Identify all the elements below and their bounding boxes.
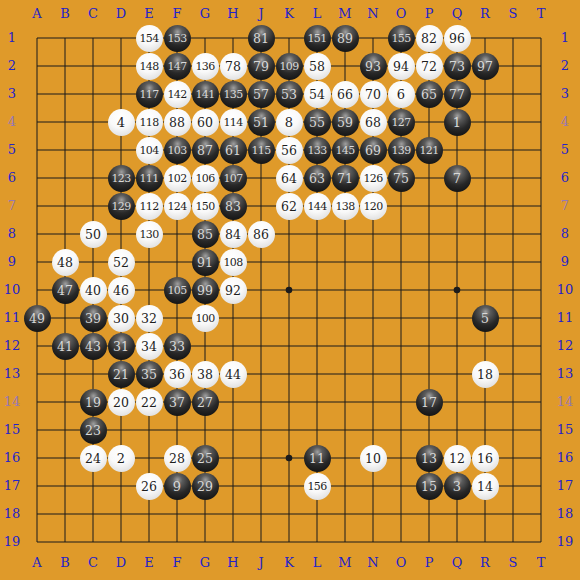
cell-F16[interactable]: 28 [163,444,191,472]
cell-F9[interactable] [163,248,191,276]
cell-D9[interactable]: 52 [107,248,135,276]
cell-B3[interactable] [51,80,79,108]
cell-S8[interactable] [499,220,527,248]
cell-L15[interactable] [303,416,331,444]
cell-L7[interactable]: 144 [303,192,331,220]
cell-P11[interactable] [415,304,443,332]
cell-K13[interactable] [275,360,303,388]
cell-R19[interactable] [471,528,499,556]
cell-T18[interactable] [527,500,555,528]
cell-C14[interactable]: 19 [79,388,107,416]
cell-R12[interactable] [471,332,499,360]
cell-E15[interactable] [135,416,163,444]
cell-S18[interactable] [499,500,527,528]
cell-H10[interactable]: 92 [219,276,247,304]
cell-T3[interactable] [527,80,555,108]
cell-Q19[interactable] [443,528,471,556]
cell-E16[interactable] [135,444,163,472]
cell-C15[interactable]: 23 [79,416,107,444]
cell-H15[interactable] [219,416,247,444]
cell-K4[interactable]: 8 [275,108,303,136]
cell-P15[interactable] [415,416,443,444]
cell-J15[interactable] [247,416,275,444]
cell-P14[interactable]: 17 [415,388,443,416]
cell-B5[interactable] [51,136,79,164]
cell-B2[interactable] [51,52,79,80]
cell-F1[interactable]: 153 [163,24,191,52]
cell-Q9[interactable] [443,248,471,276]
cell-O9[interactable] [387,248,415,276]
cell-B15[interactable] [51,416,79,444]
cell-R6[interactable] [471,164,499,192]
cell-L16[interactable]: 11 [303,444,331,472]
cell-C18[interactable] [79,500,107,528]
cell-M12[interactable] [331,332,359,360]
cell-Q18[interactable] [443,500,471,528]
cell-C1[interactable] [79,24,107,52]
cell-M10[interactable] [331,276,359,304]
cell-R4[interactable] [471,108,499,136]
cell-L19[interactable] [303,528,331,556]
cell-M5[interactable]: 145 [331,136,359,164]
cell-R1[interactable] [471,24,499,52]
cell-T16[interactable] [527,444,555,472]
cell-N16[interactable]: 10 [359,444,387,472]
cell-D12[interactable]: 31 [107,332,135,360]
cell-T1[interactable] [527,24,555,52]
cell-B16[interactable] [51,444,79,472]
cell-L14[interactable] [303,388,331,416]
cell-T5[interactable] [527,136,555,164]
cell-T17[interactable] [527,472,555,500]
cell-K9[interactable] [275,248,303,276]
cell-E18[interactable] [135,500,163,528]
cell-O6[interactable]: 75 [387,164,415,192]
cell-A14[interactable] [23,388,51,416]
cell-D14[interactable]: 20 [107,388,135,416]
cell-J5[interactable]: 115 [247,136,275,164]
cell-N5[interactable]: 69 [359,136,387,164]
cell-O12[interactable] [387,332,415,360]
cell-K1[interactable] [275,24,303,52]
cell-M4[interactable]: 59 [331,108,359,136]
cell-J1[interactable]: 81 [247,24,275,52]
cell-C4[interactable] [79,108,107,136]
cell-E7[interactable]: 112 [135,192,163,220]
cell-S17[interactable] [499,472,527,500]
cell-N14[interactable] [359,388,387,416]
cell-S14[interactable] [499,388,527,416]
cell-C13[interactable] [79,360,107,388]
cell-K7[interactable]: 62 [275,192,303,220]
cell-J12[interactable] [247,332,275,360]
cell-B11[interactable] [51,304,79,332]
cell-D3[interactable] [107,80,135,108]
cell-D4[interactable]: 4 [107,108,135,136]
cell-F12[interactable]: 33 [163,332,191,360]
cell-T11[interactable] [527,304,555,332]
cell-K2[interactable]: 109 [275,52,303,80]
cell-N15[interactable] [359,416,387,444]
cell-O1[interactable]: 155 [387,24,415,52]
cell-O13[interactable] [387,360,415,388]
cell-K8[interactable] [275,220,303,248]
cell-M18[interactable] [331,500,359,528]
cell-S4[interactable] [499,108,527,136]
cell-G11[interactable]: 100 [191,304,219,332]
cell-L5[interactable]: 133 [303,136,331,164]
cell-P13[interactable] [415,360,443,388]
cell-T15[interactable] [527,416,555,444]
cell-J6[interactable] [247,164,275,192]
cell-D10[interactable]: 46 [107,276,135,304]
cell-G15[interactable] [191,416,219,444]
cell-C17[interactable] [79,472,107,500]
cell-P7[interactable] [415,192,443,220]
cell-Q2[interactable]: 73 [443,52,471,80]
cell-F14[interactable]: 37 [163,388,191,416]
cell-M11[interactable] [331,304,359,332]
cell-O16[interactable] [387,444,415,472]
cell-N13[interactable] [359,360,387,388]
cell-P8[interactable] [415,220,443,248]
cell-R7[interactable] [471,192,499,220]
cell-S1[interactable] [499,24,527,52]
cell-P2[interactable]: 72 [415,52,443,80]
cell-T14[interactable] [527,388,555,416]
cell-J18[interactable] [247,500,275,528]
cell-G13[interactable]: 38 [191,360,219,388]
cell-K18[interactable] [275,500,303,528]
cell-P6[interactable] [415,164,443,192]
cell-J19[interactable] [247,528,275,556]
cell-L2[interactable]: 58 [303,52,331,80]
cell-B19[interactable] [51,528,79,556]
cell-R13[interactable]: 18 [471,360,499,388]
cell-H6[interactable]: 107 [219,164,247,192]
cell-A8[interactable] [23,220,51,248]
cell-Q6[interactable]: 7 [443,164,471,192]
cell-K11[interactable] [275,304,303,332]
cell-P16[interactable]: 13 [415,444,443,472]
cell-C12[interactable]: 43 [79,332,107,360]
cell-Q16[interactable]: 12 [443,444,471,472]
cell-N17[interactable] [359,472,387,500]
cell-R16[interactable]: 16 [471,444,499,472]
cell-A16[interactable] [23,444,51,472]
cell-P1[interactable]: 82 [415,24,443,52]
cell-H12[interactable] [219,332,247,360]
cell-P3[interactable]: 65 [415,80,443,108]
cell-J13[interactable] [247,360,275,388]
cell-F11[interactable] [163,304,191,332]
cell-K19[interactable] [275,528,303,556]
cell-Q17[interactable]: 3 [443,472,471,500]
cell-M14[interactable] [331,388,359,416]
cell-H4[interactable]: 114 [219,108,247,136]
cell-G8[interactable]: 85 [191,220,219,248]
cell-R2[interactable]: 97 [471,52,499,80]
cell-F7[interactable]: 124 [163,192,191,220]
cell-R18[interactable] [471,500,499,528]
cell-G14[interactable]: 27 [191,388,219,416]
cell-F2[interactable]: 147 [163,52,191,80]
cell-S13[interactable] [499,360,527,388]
cell-K6[interactable]: 64 [275,164,303,192]
cell-N4[interactable]: 68 [359,108,387,136]
cell-P19[interactable] [415,528,443,556]
cell-F15[interactable] [163,416,191,444]
cell-J10[interactable] [247,276,275,304]
cell-F3[interactable]: 142 [163,80,191,108]
cell-M13[interactable] [331,360,359,388]
cell-E14[interactable]: 22 [135,388,163,416]
cell-T10[interactable] [527,276,555,304]
cell-J8[interactable]: 86 [247,220,275,248]
cell-F18[interactable] [163,500,191,528]
cell-L11[interactable] [303,304,331,332]
cell-D11[interactable]: 30 [107,304,135,332]
cell-J3[interactable]: 57 [247,80,275,108]
cell-O10[interactable] [387,276,415,304]
cell-F19[interactable] [163,528,191,556]
cell-B17[interactable] [51,472,79,500]
cell-R11[interactable]: 5 [471,304,499,332]
cell-A3[interactable] [23,80,51,108]
cell-E4[interactable]: 118 [135,108,163,136]
cell-M17[interactable] [331,472,359,500]
cell-M16[interactable] [331,444,359,472]
cell-G9[interactable]: 91 [191,248,219,276]
cell-C8[interactable]: 50 [79,220,107,248]
cell-C7[interactable] [79,192,107,220]
cell-H3[interactable]: 135 [219,80,247,108]
cell-P4[interactable] [415,108,443,136]
cell-K3[interactable]: 53 [275,80,303,108]
cell-Q12[interactable] [443,332,471,360]
cell-E17[interactable]: 26 [135,472,163,500]
cell-G1[interactable] [191,24,219,52]
cell-L6[interactable]: 63 [303,164,331,192]
cell-T12[interactable] [527,332,555,360]
cell-D6[interactable]: 123 [107,164,135,192]
cell-E6[interactable]: 111 [135,164,163,192]
cell-F17[interactable]: 9 [163,472,191,500]
cell-G12[interactable] [191,332,219,360]
cell-T8[interactable] [527,220,555,248]
cell-G19[interactable] [191,528,219,556]
cell-N1[interactable] [359,24,387,52]
cell-R3[interactable] [471,80,499,108]
cell-O15[interactable] [387,416,415,444]
cell-P5[interactable]: 121 [415,136,443,164]
cell-E1[interactable]: 154 [135,24,163,52]
cell-B4[interactable] [51,108,79,136]
cell-J17[interactable] [247,472,275,500]
cell-K16[interactable] [275,444,303,472]
cell-C11[interactable]: 39 [79,304,107,332]
cell-O19[interactable] [387,528,415,556]
cell-C9[interactable] [79,248,107,276]
cell-S6[interactable] [499,164,527,192]
cell-M19[interactable] [331,528,359,556]
cell-E5[interactable]: 104 [135,136,163,164]
cell-N18[interactable] [359,500,387,528]
cell-S15[interactable] [499,416,527,444]
cell-C3[interactable] [79,80,107,108]
cell-E13[interactable]: 35 [135,360,163,388]
cell-H16[interactable] [219,444,247,472]
cell-Q4[interactable]: 1 [443,108,471,136]
cell-P18[interactable] [415,500,443,528]
cell-C10[interactable]: 40 [79,276,107,304]
cell-F8[interactable] [163,220,191,248]
cell-K12[interactable] [275,332,303,360]
cell-O11[interactable] [387,304,415,332]
cell-B6[interactable] [51,164,79,192]
cell-D19[interactable] [107,528,135,556]
cell-F10[interactable]: 105 [163,276,191,304]
cell-M1[interactable]: 89 [331,24,359,52]
cell-R5[interactable] [471,136,499,164]
cell-N11[interactable] [359,304,387,332]
cell-P10[interactable] [415,276,443,304]
cell-T2[interactable] [527,52,555,80]
cell-H7[interactable]: 83 [219,192,247,220]
cell-E8[interactable]: 130 [135,220,163,248]
cell-M8[interactable] [331,220,359,248]
cell-B14[interactable] [51,388,79,416]
cell-J4[interactable]: 51 [247,108,275,136]
cell-H8[interactable]: 84 [219,220,247,248]
cell-S10[interactable] [499,276,527,304]
cell-G2[interactable]: 136 [191,52,219,80]
cell-A13[interactable] [23,360,51,388]
cell-G17[interactable]: 29 [191,472,219,500]
cell-H11[interactable] [219,304,247,332]
cell-K14[interactable] [275,388,303,416]
cell-A6[interactable] [23,164,51,192]
cell-Q15[interactable] [443,416,471,444]
cell-K5[interactable]: 56 [275,136,303,164]
cell-G18[interactable] [191,500,219,528]
cell-P9[interactable] [415,248,443,276]
cell-M2[interactable] [331,52,359,80]
cell-C2[interactable] [79,52,107,80]
cell-K17[interactable] [275,472,303,500]
cell-G7[interactable]: 150 [191,192,219,220]
cell-H5[interactable]: 61 [219,136,247,164]
cell-Q3[interactable]: 77 [443,80,471,108]
cell-M15[interactable] [331,416,359,444]
cell-M3[interactable]: 66 [331,80,359,108]
cell-G4[interactable]: 60 [191,108,219,136]
cell-A17[interactable] [23,472,51,500]
cell-B13[interactable] [51,360,79,388]
cell-M9[interactable] [331,248,359,276]
cell-Q5[interactable] [443,136,471,164]
cell-C16[interactable]: 24 [79,444,107,472]
cell-B10[interactable]: 47 [51,276,79,304]
cell-F5[interactable]: 103 [163,136,191,164]
cell-L13[interactable] [303,360,331,388]
cell-S5[interactable] [499,136,527,164]
cell-D2[interactable] [107,52,135,80]
cell-E3[interactable]: 117 [135,80,163,108]
cell-S12[interactable] [499,332,527,360]
cell-T7[interactable] [527,192,555,220]
cell-B12[interactable]: 41 [51,332,79,360]
cell-J11[interactable] [247,304,275,332]
cell-S7[interactable] [499,192,527,220]
cell-A18[interactable] [23,500,51,528]
cell-D8[interactable] [107,220,135,248]
cell-C6[interactable] [79,164,107,192]
cell-E11[interactable]: 32 [135,304,163,332]
cell-L12[interactable] [303,332,331,360]
cell-R17[interactable]: 14 [471,472,499,500]
cell-T4[interactable] [527,108,555,136]
cell-K15[interactable] [275,416,303,444]
cell-R9[interactable] [471,248,499,276]
cell-J14[interactable] [247,388,275,416]
cell-S2[interactable] [499,52,527,80]
cell-L1[interactable]: 151 [303,24,331,52]
cell-L17[interactable]: 156 [303,472,331,500]
cell-D5[interactable] [107,136,135,164]
cell-S9[interactable] [499,248,527,276]
cell-L10[interactable] [303,276,331,304]
cell-F13[interactable]: 36 [163,360,191,388]
cell-N7[interactable]: 120 [359,192,387,220]
cell-B18[interactable] [51,500,79,528]
cell-D16[interactable]: 2 [107,444,135,472]
cell-J7[interactable] [247,192,275,220]
cell-T6[interactable] [527,164,555,192]
cell-Q13[interactable] [443,360,471,388]
cell-B9[interactable]: 48 [51,248,79,276]
cell-K10[interactable] [275,276,303,304]
cell-J9[interactable] [247,248,275,276]
cell-S19[interactable] [499,528,527,556]
cell-N6[interactable]: 126 [359,164,387,192]
cell-E2[interactable]: 148 [135,52,163,80]
cell-N3[interactable]: 70 [359,80,387,108]
cell-Q10[interactable] [443,276,471,304]
cell-H17[interactable] [219,472,247,500]
cell-S3[interactable] [499,80,527,108]
cell-D1[interactable] [107,24,135,52]
cell-C19[interactable] [79,528,107,556]
cell-Q14[interactable] [443,388,471,416]
cell-G3[interactable]: 141 [191,80,219,108]
cell-H19[interactable] [219,528,247,556]
cell-J16[interactable] [247,444,275,472]
cell-N19[interactable] [359,528,387,556]
cell-D17[interactable] [107,472,135,500]
cell-A5[interactable] [23,136,51,164]
cell-L18[interactable] [303,500,331,528]
cell-H14[interactable] [219,388,247,416]
cell-A4[interactable] [23,108,51,136]
cell-O2[interactable]: 94 [387,52,415,80]
cell-A2[interactable] [23,52,51,80]
cell-P12[interactable] [415,332,443,360]
cell-H13[interactable]: 44 [219,360,247,388]
cell-Q1[interactable]: 96 [443,24,471,52]
cell-Q8[interactable] [443,220,471,248]
cell-L3[interactable]: 54 [303,80,331,108]
